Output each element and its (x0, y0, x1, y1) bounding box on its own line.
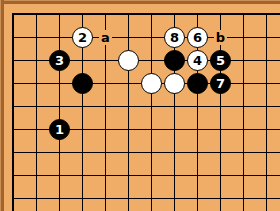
stone-black-move-3: 3 (49, 50, 70, 71)
stone-white (141, 73, 162, 94)
stone-black-move-7: 7 (210, 73, 231, 94)
stone-black (164, 50, 185, 71)
stone-white-move-4: 4 (187, 50, 208, 71)
stone-white-move-6: 6 (187, 27, 208, 48)
point-label-b: b (214, 30, 227, 45)
stone-black-move-1: 1 (49, 119, 70, 140)
stone-white (118, 50, 139, 71)
stone-black (187, 73, 208, 94)
go-board-diagram: 28634571ab (0, 0, 280, 211)
stone-black (72, 73, 93, 94)
stone-white (164, 73, 185, 94)
stone-white-move-2: 2 (72, 27, 93, 48)
point-label-a: a (99, 30, 112, 45)
stones-layer: 28634571ab (2, 3, 278, 210)
stone-black-move-5: 5 (210, 50, 231, 71)
stone-white-move-8: 8 (164, 27, 185, 48)
